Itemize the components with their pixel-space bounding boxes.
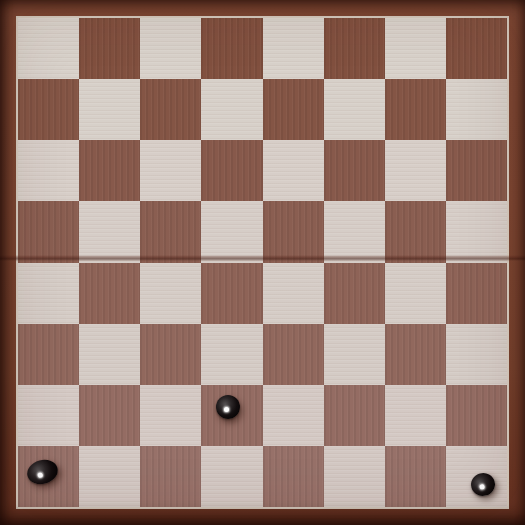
specular-highlight <box>479 484 485 490</box>
square-a7[interactable] <box>18 79 79 140</box>
square-e5[interactable] <box>263 201 324 262</box>
square-c1[interactable] <box>140 446 201 507</box>
board-inner-frame <box>16 16 509 509</box>
square-f2[interactable] <box>324 385 385 446</box>
square-c2[interactable] <box>140 385 201 446</box>
square-b5[interactable] <box>79 201 140 262</box>
square-f8[interactable] <box>324 18 385 79</box>
square-h2[interactable] <box>446 385 507 446</box>
square-c6[interactable] <box>140 140 201 201</box>
specular-highlight <box>224 407 229 412</box>
square-d3[interactable] <box>201 324 262 385</box>
square-e4[interactable] <box>263 263 324 324</box>
square-f1[interactable] <box>324 446 385 507</box>
square-h7[interactable] <box>446 79 507 140</box>
square-a5[interactable] <box>18 201 79 262</box>
square-e3[interactable] <box>263 324 324 385</box>
square-b3[interactable] <box>79 324 140 385</box>
square-b1[interactable] <box>79 446 140 507</box>
square-g4[interactable] <box>385 263 446 324</box>
square-e8[interactable] <box>263 18 324 79</box>
square-d1[interactable] <box>201 446 262 507</box>
square-c7[interactable] <box>140 79 201 140</box>
square-h6[interactable] <box>446 140 507 201</box>
square-h3[interactable] <box>446 324 507 385</box>
square-b2[interactable] <box>79 385 140 446</box>
square-a3[interactable] <box>18 324 79 385</box>
square-e2[interactable] <box>263 385 324 446</box>
square-d7[interactable] <box>201 79 262 140</box>
square-g1[interactable] <box>385 446 446 507</box>
square-b7[interactable] <box>79 79 140 140</box>
square-d5[interactable] <box>201 201 262 262</box>
square-f7[interactable] <box>324 79 385 140</box>
specular-highlight <box>37 472 43 478</box>
square-h5[interactable] <box>446 201 507 262</box>
square-f4[interactable] <box>324 263 385 324</box>
board-grid <box>18 18 507 507</box>
square-b4[interactable] <box>79 263 140 324</box>
square-g3[interactable] <box>385 324 446 385</box>
square-f3[interactable] <box>324 324 385 385</box>
square-h8[interactable] <box>446 18 507 79</box>
square-c8[interactable] <box>140 18 201 79</box>
square-a6[interactable] <box>18 140 79 201</box>
square-d6[interactable] <box>201 140 262 201</box>
square-g2[interactable] <box>385 385 446 446</box>
square-g8[interactable] <box>385 18 446 79</box>
square-d4[interactable] <box>201 263 262 324</box>
square-e1[interactable] <box>263 446 324 507</box>
square-c4[interactable] <box>140 263 201 324</box>
square-f6[interactable] <box>324 140 385 201</box>
black-piece-d2[interactable] <box>216 395 240 419</box>
square-d8[interactable] <box>201 18 262 79</box>
square-f5[interactable] <box>324 201 385 262</box>
square-a4[interactable] <box>18 263 79 324</box>
square-g6[interactable] <box>385 140 446 201</box>
square-c3[interactable] <box>140 324 201 385</box>
square-b8[interactable] <box>79 18 140 79</box>
square-a8[interactable] <box>18 18 79 79</box>
square-c5[interactable] <box>140 201 201 262</box>
square-g5[interactable] <box>385 201 446 262</box>
square-g7[interactable] <box>385 79 446 140</box>
square-b6[interactable] <box>79 140 140 201</box>
square-a2[interactable] <box>18 385 79 446</box>
square-e6[interactable] <box>263 140 324 201</box>
square-e7[interactable] <box>263 79 324 140</box>
square-h4[interactable] <box>446 263 507 324</box>
board-photo <box>0 0 525 525</box>
